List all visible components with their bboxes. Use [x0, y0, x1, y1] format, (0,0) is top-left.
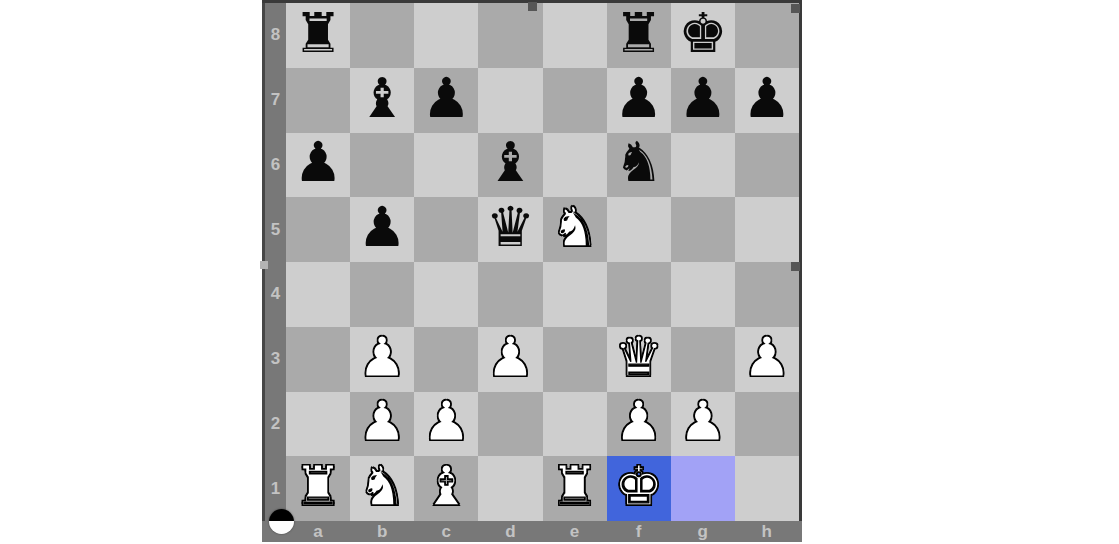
piece-white-knight-e5[interactable]: ♞ [550, 200, 599, 255]
square-h8[interactable] [735, 3, 799, 68]
square-d1[interactable] [478, 456, 542, 521]
square-e6[interactable] [543, 133, 607, 198]
selection-handle-top-center[interactable] [528, 2, 537, 11]
square-c2[interactable]: ♟ [414, 392, 478, 457]
square-g2[interactable]: ♟ [671, 392, 735, 457]
square-h6[interactable] [735, 133, 799, 198]
piece-white-queen-f3[interactable]: ♛ [614, 330, 663, 385]
square-b7[interactable]: ♝ [350, 68, 414, 133]
square-c8[interactable] [414, 3, 478, 68]
piece-white-pawn-f2[interactable]: ♟ [614, 394, 663, 449]
file-label-a: a [286, 521, 350, 542]
piece-white-rook-e1[interactable]: ♜ [550, 459, 599, 514]
square-d4[interactable] [478, 262, 542, 327]
square-d5[interactable]: ♛ [478, 197, 542, 262]
square-g8[interactable]: ♚ [671, 3, 735, 68]
piece-black-pawn-a6[interactable]: ♟ [293, 135, 342, 190]
selection-handle-left-middle[interactable] [260, 261, 268, 269]
file-label-h: h [735, 521, 799, 542]
square-a7[interactable] [286, 68, 350, 133]
square-b1[interactable]: ♞ [350, 456, 414, 521]
square-b6[interactable] [350, 133, 414, 198]
piece-white-bishop-c1[interactable]: ♝ [422, 459, 471, 514]
piece-white-pawn-b2[interactable]: ♟ [358, 394, 407, 449]
square-h4[interactable] [735, 262, 799, 327]
square-g6[interactable] [671, 133, 735, 198]
piece-black-king-g8[interactable]: ♚ [678, 6, 727, 61]
square-f3[interactable]: ♛ [607, 327, 671, 392]
piece-black-knight-f6[interactable]: ♞ [614, 135, 663, 190]
file-label-e: e [542, 521, 606, 542]
square-h2[interactable] [735, 392, 799, 457]
selection-handle-right-middle[interactable] [791, 262, 800, 271]
piece-white-rook-a1[interactable]: ♜ [293, 459, 342, 514]
piece-white-pawn-h3[interactable]: ♟ [742, 330, 791, 385]
square-e4[interactable] [543, 262, 607, 327]
square-e2[interactable] [543, 392, 607, 457]
square-g1[interactable] [671, 456, 735, 521]
piece-black-pawn-h7[interactable]: ♟ [742, 71, 791, 126]
square-a5[interactable] [286, 197, 350, 262]
square-a6[interactable]: ♟ [286, 133, 350, 198]
square-f4[interactable] [607, 262, 671, 327]
square-f1[interactable]: ♚ [607, 456, 671, 521]
square-f6[interactable]: ♞ [607, 133, 671, 198]
chess-board[interactable]: ♜♜♚♝♟♟♟♟♟♝♞♟♛♞♟♟♛♟♟♟♟♟♜♞♝♜♚ [286, 3, 799, 521]
square-a4[interactable] [286, 262, 350, 327]
rank-label-6: 6 [265, 133, 286, 198]
square-e8[interactable] [543, 3, 607, 68]
square-h7[interactable]: ♟ [735, 68, 799, 133]
square-d8[interactable] [478, 3, 542, 68]
square-f5[interactable] [607, 197, 671, 262]
piece-black-pawn-c7[interactable]: ♟ [422, 71, 471, 126]
square-f2[interactable]: ♟ [607, 392, 671, 457]
square-g7[interactable]: ♟ [671, 68, 735, 133]
piece-black-queen-d5[interactable]: ♛ [486, 200, 535, 255]
file-coordinate-strip: abcdefgh [262, 521, 802, 542]
square-c1[interactable]: ♝ [414, 456, 478, 521]
piece-white-king-f1[interactable]: ♚ [614, 459, 663, 514]
square-a1[interactable]: ♜ [286, 456, 350, 521]
piece-white-pawn-c2[interactable]: ♟ [422, 394, 471, 449]
square-b2[interactable]: ♟ [350, 392, 414, 457]
rank-label-8: 8 [265, 3, 286, 68]
rank-label-3: 3 [265, 327, 286, 392]
piece-black-pawn-b5[interactable]: ♟ [358, 200, 407, 255]
square-d3[interactable]: ♟ [478, 327, 542, 392]
square-d6[interactable]: ♝ [478, 133, 542, 198]
square-e7[interactable] [543, 68, 607, 133]
square-e5[interactable]: ♞ [543, 197, 607, 262]
square-e3[interactable] [543, 327, 607, 392]
square-b8[interactable] [350, 3, 414, 68]
square-g5[interactable] [671, 197, 735, 262]
square-f8[interactable]: ♜ [607, 3, 671, 68]
selection-handle-top-right[interactable] [791, 4, 800, 13]
square-c4[interactable] [414, 262, 478, 327]
square-c5[interactable] [414, 197, 478, 262]
piece-black-rook-f8[interactable]: ♜ [614, 6, 663, 61]
piece-black-bishop-b7[interactable]: ♝ [358, 71, 407, 126]
square-h5[interactable] [735, 197, 799, 262]
square-b5[interactable]: ♟ [350, 197, 414, 262]
square-g4[interactable] [671, 262, 735, 327]
piece-white-knight-b1[interactable]: ♞ [358, 459, 407, 514]
square-e1[interactable]: ♜ [543, 456, 607, 521]
square-a2[interactable] [286, 392, 350, 457]
square-b3[interactable]: ♟ [350, 327, 414, 392]
square-a8[interactable]: ♜ [286, 3, 350, 68]
piece-black-rook-a8[interactable]: ♜ [293, 6, 342, 61]
square-a3[interactable] [286, 327, 350, 392]
file-label-b: b [350, 521, 414, 542]
square-h3[interactable]: ♟ [735, 327, 799, 392]
file-label-g: g [671, 521, 735, 542]
rank-label-4: 4 [265, 262, 286, 327]
square-g3[interactable] [671, 327, 735, 392]
piece-white-pawn-d3[interactable]: ♟ [486, 330, 535, 385]
rank-label-5: 5 [265, 197, 286, 262]
piece-black-bishop-d6[interactable]: ♝ [486, 135, 535, 190]
square-c6[interactable] [414, 133, 478, 198]
file-label-d: d [478, 521, 542, 542]
file-label-c: c [414, 521, 478, 542]
piece-white-pawn-g2[interactable]: ♟ [678, 394, 727, 449]
rank-label-2: 2 [265, 392, 286, 457]
square-c3[interactable] [414, 327, 478, 392]
square-d7[interactable] [478, 68, 542, 133]
piece-white-pawn-b3[interactable]: ♟ [358, 330, 407, 385]
rank-label-7: 7 [265, 68, 286, 133]
piece-black-pawn-g7[interactable]: ♟ [678, 71, 727, 126]
chess-board-diagram: 87654321 ♜♜♚♝♟♟♟♟♟♝♞♟♛♞♟♟♛♟♟♟♟♟♜♞♝♜♚ abc… [262, 0, 802, 544]
square-b4[interactable] [350, 262, 414, 327]
side-to-move-indicator [269, 509, 294, 534]
piece-black-pawn-f7[interactable]: ♟ [614, 71, 663, 126]
square-d2[interactable] [478, 392, 542, 457]
square-f7[interactable]: ♟ [607, 68, 671, 133]
square-h1[interactable] [735, 456, 799, 521]
square-c7[interactable]: ♟ [414, 68, 478, 133]
file-label-f: f [606, 521, 670, 542]
